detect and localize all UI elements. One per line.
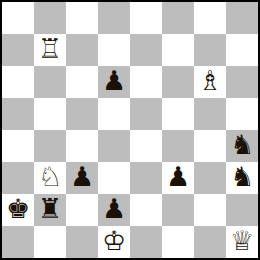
square-e1[interactable]	[130, 226, 162, 258]
square-d6[interactable]: ♟	[98, 66, 130, 98]
square-e6[interactable]	[130, 66, 162, 98]
square-d5[interactable]	[98, 98, 130, 130]
black-pawn-icon: ♟	[70, 162, 94, 193]
square-e8[interactable]	[130, 2, 162, 34]
black-pawn-icon: ♟	[102, 194, 126, 225]
white-rook-icon: ♖	[38, 34, 62, 65]
white-king-icon: ♔	[102, 226, 126, 257]
white-queen-icon: ♕	[230, 226, 254, 257]
square-a2[interactable]: ♚	[2, 194, 34, 226]
square-g7[interactable]	[194, 34, 226, 66]
square-e3[interactable]	[130, 162, 162, 194]
chess-diagram: ♖♟♗♞♘♟♟♞♚♜♟♔♕	[0, 0, 260, 260]
square-c4[interactable]	[66, 130, 98, 162]
white-bishop-icon: ♗	[198, 66, 222, 97]
square-h1[interactable]: ♕	[226, 226, 258, 258]
black-king-icon: ♚	[6, 194, 30, 225]
square-f2[interactable]	[162, 194, 194, 226]
square-a3[interactable]	[2, 162, 34, 194]
square-f7[interactable]	[162, 34, 194, 66]
square-e2[interactable]	[130, 194, 162, 226]
square-h3[interactable]: ♞	[226, 162, 258, 194]
square-g5[interactable]	[194, 98, 226, 130]
square-c6[interactable]	[66, 66, 98, 98]
square-c8[interactable]	[66, 2, 98, 34]
square-b4[interactable]	[34, 130, 66, 162]
black-knight-icon: ♞	[230, 130, 254, 161]
square-b5[interactable]	[34, 98, 66, 130]
square-c3[interactable]: ♟	[66, 162, 98, 194]
square-h4[interactable]: ♞	[226, 130, 258, 162]
square-d8[interactable]	[98, 2, 130, 34]
black-knight-icon: ♞	[230, 162, 254, 193]
square-h8[interactable]	[226, 2, 258, 34]
square-b7[interactable]: ♖	[34, 34, 66, 66]
square-b2[interactable]: ♜	[34, 194, 66, 226]
square-g4[interactable]	[194, 130, 226, 162]
square-d7[interactable]	[98, 34, 130, 66]
square-a6[interactable]	[2, 66, 34, 98]
square-f4[interactable]	[162, 130, 194, 162]
square-b3[interactable]: ♘	[34, 162, 66, 194]
square-a8[interactable]	[2, 2, 34, 34]
square-a5[interactable]	[2, 98, 34, 130]
square-f3[interactable]: ♟	[162, 162, 194, 194]
square-c1[interactable]	[66, 226, 98, 258]
square-g6[interactable]: ♗	[194, 66, 226, 98]
black-rook-icon: ♜	[38, 194, 62, 225]
square-a7[interactable]	[2, 34, 34, 66]
square-a1[interactable]	[2, 226, 34, 258]
square-h6[interactable]	[226, 66, 258, 98]
square-g1[interactable]	[194, 226, 226, 258]
square-b1[interactable]	[34, 226, 66, 258]
square-h5[interactable]	[226, 98, 258, 130]
white-knight-icon: ♘	[38, 162, 62, 193]
square-b8[interactable]	[34, 2, 66, 34]
square-h7[interactable]	[226, 34, 258, 66]
square-a4[interactable]	[2, 130, 34, 162]
square-f1[interactable]	[162, 226, 194, 258]
square-d3[interactable]	[98, 162, 130, 194]
chess-board: ♖♟♗♞♘♟♟♞♚♜♟♔♕	[0, 0, 260, 260]
square-c2[interactable]	[66, 194, 98, 226]
square-e5[interactable]	[130, 98, 162, 130]
square-e4[interactable]	[130, 130, 162, 162]
square-c7[interactable]	[66, 34, 98, 66]
square-g2[interactable]	[194, 194, 226, 226]
square-f8[interactable]	[162, 2, 194, 34]
square-g3[interactable]	[194, 162, 226, 194]
square-d2[interactable]: ♟	[98, 194, 130, 226]
black-pawn-icon: ♟	[102, 66, 126, 97]
square-f6[interactable]	[162, 66, 194, 98]
square-f5[interactable]	[162, 98, 194, 130]
square-b6[interactable]	[34, 66, 66, 98]
square-d4[interactable]	[98, 130, 130, 162]
square-h2[interactable]	[226, 194, 258, 226]
square-c5[interactable]	[66, 98, 98, 130]
square-e7[interactable]	[130, 34, 162, 66]
square-d1[interactable]: ♔	[98, 226, 130, 258]
black-pawn-icon: ♟	[166, 162, 190, 193]
square-g8[interactable]	[194, 2, 226, 34]
